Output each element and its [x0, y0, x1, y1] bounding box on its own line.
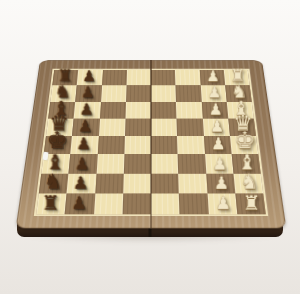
- square-r7c5: [179, 193, 208, 214]
- square-r3c4: [151, 118, 177, 136]
- black-pawn: ♟: [69, 155, 96, 172]
- black-pawn: ♟: [77, 69, 102, 84]
- white-pawn: ♟: [207, 175, 235, 192]
- square-r7c1: ♟: [65, 193, 95, 214]
- product-photo-scene: ♜♟♟♜♞♟♟♞♝♟♟♝♛♟♟♛♚♟♟♚♝♟♟♝♞♟♟♞♜♟♟♜: [0, 0, 300, 294]
- white-pawn: ♟: [205, 137, 232, 153]
- square-r0c4: [151, 70, 176, 86]
- white-pawn: ♟: [206, 155, 233, 172]
- square-r4c1: ♟: [71, 136, 99, 154]
- square-r7c3: [122, 193, 151, 214]
- square-r5c5: [178, 154, 206, 173]
- square-r1c2: [101, 86, 127, 102]
- square-r4c6: ♟: [204, 136, 232, 154]
- white-rook: ♜: [237, 193, 266, 213]
- square-r4c4: [151, 136, 178, 154]
- square-r5c6: ♟: [205, 154, 234, 173]
- square-r4c3: [124, 136, 151, 154]
- square-r2c4: [151, 102, 177, 119]
- black-knight: ♞: [39, 172, 67, 192]
- square-r3c5: [177, 118, 204, 136]
- square-r3c3: [125, 118, 151, 136]
- fold-seam: [150, 60, 152, 228]
- square-r6c2: [95, 173, 124, 193]
- square-r2c3: [125, 102, 151, 119]
- black-pawn: ♟: [67, 175, 95, 192]
- square-r0c3: [126, 70, 151, 86]
- black-pawn: ♟: [74, 102, 100, 118]
- square-r5c3: [124, 154, 151, 173]
- square-r5c2: [96, 154, 124, 173]
- square-r0c5: [175, 70, 200, 86]
- square-r6c1: ♟: [67, 173, 96, 193]
- square-r7c4: [151, 193, 180, 214]
- square-r2c5: [176, 102, 202, 119]
- square-r1c3: [126, 86, 151, 102]
- white-pawn: ♟: [201, 85, 226, 100]
- square-r3c2: [99, 118, 126, 136]
- chess-board: ♜♟♟♜♞♟♟♞♝♟♟♝♛♟♟♛♚♟♟♚♝♟♟♝♞♟♟♞♜♟♟♜: [16, 60, 287, 228]
- square-r6c4: [151, 173, 179, 193]
- black-pawn: ♟: [72, 119, 98, 135]
- square-r4c2: [97, 136, 124, 154]
- board-perspective-wrap: ♜♟♟♜♞♟♟♞♝♟♟♝♛♟♟♛♚♟♟♚♝♟♟♝♞♟♟♞♜♟♟♜: [16, 60, 287, 228]
- square-r7c2: [94, 193, 123, 214]
- black-pawn: ♟: [76, 85, 101, 100]
- square-r7c6: ♟: [207, 193, 237, 214]
- white-knight: ♞: [235, 172, 263, 192]
- white-pawn: ♟: [208, 195, 237, 212]
- square-r7c7: ♜: [235, 193, 266, 214]
- square-r6c5: [178, 173, 207, 193]
- white-pawn: ♟: [200, 69, 225, 84]
- square-r6c6: ♟: [206, 173, 235, 193]
- square-r5c4: [151, 154, 178, 173]
- square-r1c5: [176, 86, 202, 102]
- square-r4c5: [177, 136, 204, 154]
- black-pawn: ♟: [71, 137, 98, 153]
- square-r0c2: [102, 70, 127, 86]
- white-pawn: ♟: [202, 102, 228, 118]
- black-rook: ♜: [36, 193, 65, 213]
- square-r1c4: [151, 86, 176, 102]
- square-r5c1: ♟: [69, 154, 98, 173]
- square-r7c0: ♜: [36, 193, 67, 214]
- square-r2c2: [100, 102, 126, 119]
- black-pawn: ♟: [65, 195, 94, 212]
- square-r6c3: [123, 173, 151, 193]
- white-pawn: ♟: [203, 119, 229, 135]
